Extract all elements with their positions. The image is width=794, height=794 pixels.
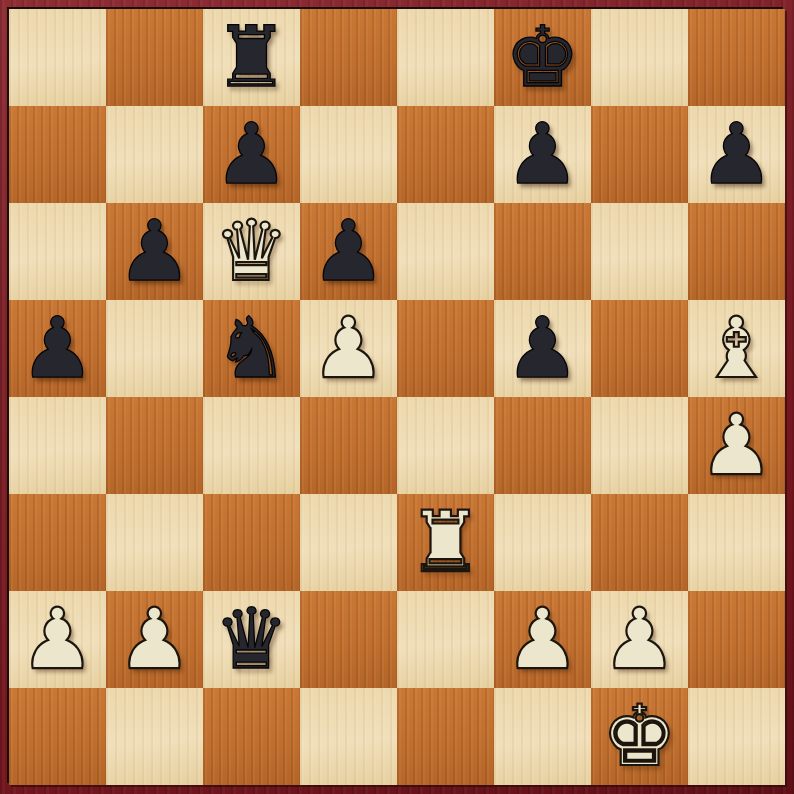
square-d6[interactable]: ♟ [300, 203, 397, 300]
square-d8[interactable] [300, 9, 397, 106]
square-a3[interactable] [9, 494, 106, 591]
square-d4[interactable] [300, 397, 397, 494]
square-d1[interactable] [300, 688, 397, 785]
square-a2[interactable]: ♟ [9, 591, 106, 688]
square-h8[interactable] [688, 9, 785, 106]
square-h2[interactable] [688, 591, 785, 688]
black-pawn-b6[interactable]: ♟ [117, 203, 192, 300]
square-g4[interactable] [591, 397, 688, 494]
square-h5[interactable]: ♝ [688, 300, 785, 397]
square-h6[interactable] [688, 203, 785, 300]
square-a1[interactable] [9, 688, 106, 785]
square-e6[interactable] [397, 203, 494, 300]
square-c5[interactable]: ♞ [203, 300, 300, 397]
square-a6[interactable] [9, 203, 106, 300]
square-f3[interactable] [494, 494, 591, 591]
square-c8[interactable]: ♜ [203, 9, 300, 106]
square-g7[interactable] [591, 106, 688, 203]
square-b8[interactable] [106, 9, 203, 106]
square-f8[interactable]: ♚ [494, 9, 591, 106]
square-b3[interactable] [106, 494, 203, 591]
square-c4[interactable] [203, 397, 300, 494]
white-pawn-f2[interactable]: ♟ [505, 591, 580, 688]
square-h4[interactable]: ♟ [688, 397, 785, 494]
square-e1[interactable] [397, 688, 494, 785]
black-knight-c5[interactable]: ♞ [214, 300, 289, 397]
square-c7[interactable]: ♟ [203, 106, 300, 203]
square-a4[interactable] [9, 397, 106, 494]
black-pawn-d6[interactable]: ♟ [311, 203, 386, 300]
square-e7[interactable] [397, 106, 494, 203]
black-queen-c2[interactable]: ♛ [214, 591, 289, 688]
square-b6[interactable]: ♟ [106, 203, 203, 300]
square-f1[interactable] [494, 688, 591, 785]
black-rook-c8[interactable]: ♜ [214, 9, 289, 106]
white-pawn-b2[interactable]: ♟ [117, 591, 192, 688]
white-pawn-a2[interactable]: ♟ [20, 591, 95, 688]
square-e8[interactable] [397, 9, 494, 106]
black-pawn-f5[interactable]: ♟ [505, 300, 580, 397]
square-e3[interactable]: ♜ [397, 494, 494, 591]
black-pawn-h7[interactable]: ♟ [699, 106, 774, 203]
square-c3[interactable] [203, 494, 300, 591]
square-d5[interactable]: ♟ [300, 300, 397, 397]
square-b1[interactable] [106, 688, 203, 785]
black-pawn-f7[interactable]: ♟ [505, 106, 580, 203]
white-rook-e3[interactable]: ♜ [408, 494, 483, 591]
square-c1[interactable] [203, 688, 300, 785]
white-king-g1[interactable]: ♚ [602, 688, 677, 785]
square-e4[interactable] [397, 397, 494, 494]
square-h1[interactable] [688, 688, 785, 785]
square-c2[interactable]: ♛ [203, 591, 300, 688]
square-b2[interactable]: ♟ [106, 591, 203, 688]
square-g3[interactable] [591, 494, 688, 591]
square-d7[interactable] [300, 106, 397, 203]
square-f7[interactable]: ♟ [494, 106, 591, 203]
square-a8[interactable] [9, 9, 106, 106]
black-pawn-a5[interactable]: ♟ [20, 300, 95, 397]
square-b4[interactable] [106, 397, 203, 494]
square-g2[interactable]: ♟ [591, 591, 688, 688]
square-f5[interactable]: ♟ [494, 300, 591, 397]
square-d2[interactable] [300, 591, 397, 688]
white-pawn-d5[interactable]: ♟ [311, 300, 386, 397]
square-g8[interactable] [591, 9, 688, 106]
square-e5[interactable] [397, 300, 494, 397]
black-king-f8[interactable]: ♚ [505, 9, 580, 106]
square-g5[interactable] [591, 300, 688, 397]
square-h7[interactable]: ♟ [688, 106, 785, 203]
square-f4[interactable] [494, 397, 591, 494]
square-f2[interactable]: ♟ [494, 591, 591, 688]
square-g6[interactable] [591, 203, 688, 300]
square-h3[interactable] [688, 494, 785, 591]
square-a5[interactable]: ♟ [9, 300, 106, 397]
board-frame: ♜♚♟♟♟♟♛♟♟♞♟♟♝♟♜♟♟♛♟♟♚ [0, 0, 794, 794]
square-a7[interactable] [9, 106, 106, 203]
square-g1[interactable]: ♚ [591, 688, 688, 785]
square-b5[interactable] [106, 300, 203, 397]
white-queen-c6[interactable]: ♛ [214, 203, 289, 300]
square-f6[interactable] [494, 203, 591, 300]
square-e2[interactable] [397, 591, 494, 688]
square-c6[interactable]: ♛ [203, 203, 300, 300]
black-pawn-c7[interactable]: ♟ [214, 106, 289, 203]
square-b7[interactable] [106, 106, 203, 203]
square-d3[interactable] [300, 494, 397, 591]
white-pawn-h4[interactable]: ♟ [699, 397, 774, 494]
white-bishop-h5[interactable]: ♝ [699, 300, 774, 397]
chess-board: ♜♚♟♟♟♟♛♟♟♞♟♟♝♟♜♟♟♛♟♟♚ [9, 9, 785, 785]
white-pawn-g2[interactable]: ♟ [602, 591, 677, 688]
